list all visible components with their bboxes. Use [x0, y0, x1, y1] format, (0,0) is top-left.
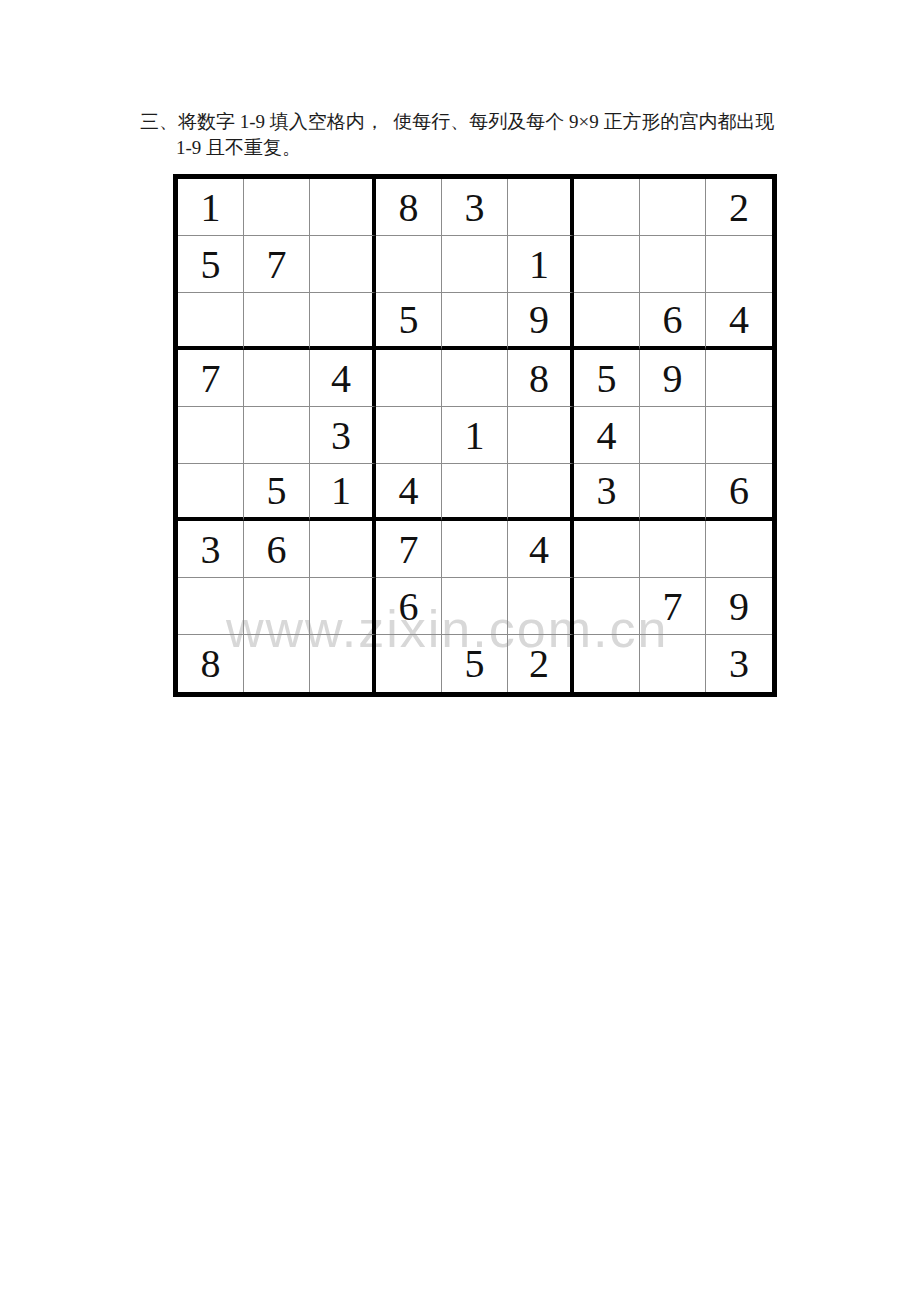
cell-r3c8: 6: [640, 293, 706, 350]
cell-r8c4: 6: [376, 578, 442, 635]
cell-r9c8: [640, 635, 706, 692]
cell-r8c5: [442, 578, 508, 635]
cell-r1c7: [574, 179, 640, 236]
cell-r7c3: [310, 521, 376, 578]
cell-r2c8: [640, 236, 706, 293]
cell-r5c8: [640, 407, 706, 464]
cell-r5c3: 3: [310, 407, 376, 464]
cell-r9c3: [310, 635, 376, 692]
cell-r4c6: 8: [508, 350, 574, 407]
cell-r5c2: [244, 407, 310, 464]
cell-r2c2: 7: [244, 236, 310, 293]
cell-r3c5: [442, 293, 508, 350]
cell-r2c5: [442, 236, 508, 293]
cell-r4c5: [442, 350, 508, 407]
cell-r9c1: 8: [178, 635, 244, 692]
cell-r7c2: 6: [244, 521, 310, 578]
cell-r8c9: 9: [706, 578, 772, 635]
cell-r1c1: 1: [178, 179, 244, 236]
cell-r6c8: [640, 464, 706, 521]
cell-r5c7: 4: [574, 407, 640, 464]
cell-r3c9: 4: [706, 293, 772, 350]
cell-r8c2: [244, 578, 310, 635]
cell-r4c1: 7: [178, 350, 244, 407]
exercise-instruction-line1: 三、将数字 1-9 填入空格内， 使每行、每列及每个 9×9 正方形的宫内都出现: [140, 110, 775, 133]
cell-r9c7: [574, 635, 640, 692]
cell-r4c4: [376, 350, 442, 407]
cell-r3c6: 9: [508, 293, 574, 350]
cell-r4c7: 5: [574, 350, 640, 407]
cell-r2c4: [376, 236, 442, 293]
exercise-instruction-line2: 1-9 且不重复。: [176, 136, 301, 159]
cell-r6c1: [178, 464, 244, 521]
cell-r6c3: 1: [310, 464, 376, 521]
cell-r4c2: [244, 350, 310, 407]
cell-r9c2: [244, 635, 310, 692]
cell-r2c1: 5: [178, 236, 244, 293]
cell-r4c8: 9: [640, 350, 706, 407]
cell-r3c7: [574, 293, 640, 350]
cell-r6c4: 4: [376, 464, 442, 521]
sudoku-board: 18325715964748593145143636746798523: [173, 174, 777, 697]
cell-r6c5: [442, 464, 508, 521]
worksheet-page: 三、将数字 1-9 填入空格内， 使每行、每列及每个 9×9 正方形的宫内都出现…: [0, 0, 920, 1302]
cell-r7c8: [640, 521, 706, 578]
cell-r3c1: [178, 293, 244, 350]
cell-r8c3: [310, 578, 376, 635]
cell-r1c6: [508, 179, 574, 236]
cell-r5c5: 1: [442, 407, 508, 464]
cell-r5c4: [376, 407, 442, 464]
cell-r3c3: [310, 293, 376, 350]
cell-r9c5: 5: [442, 635, 508, 692]
cell-r4c9: [706, 350, 772, 407]
cell-r7c9: [706, 521, 772, 578]
cell-r8c6: [508, 578, 574, 635]
cell-r5c1: [178, 407, 244, 464]
cell-r1c3: [310, 179, 376, 236]
cell-r7c6: 4: [508, 521, 574, 578]
cell-r3c4: 5: [376, 293, 442, 350]
cell-r8c8: 7: [640, 578, 706, 635]
cell-r1c9: 2: [706, 179, 772, 236]
cell-r8c1: [178, 578, 244, 635]
cell-r6c6: [508, 464, 574, 521]
cell-r5c9: [706, 407, 772, 464]
cell-r3c2: [244, 293, 310, 350]
cell-r1c8: [640, 179, 706, 236]
cell-r4c3: 4: [310, 350, 376, 407]
cell-r7c5: [442, 521, 508, 578]
cell-r7c7: [574, 521, 640, 578]
cell-r2c3: [310, 236, 376, 293]
cell-r8c7: [574, 578, 640, 635]
cell-r7c1: 3: [178, 521, 244, 578]
cell-r9c4: [376, 635, 442, 692]
cell-r5c6: [508, 407, 574, 464]
cell-r6c9: 6: [706, 464, 772, 521]
cell-r6c2: 5: [244, 464, 310, 521]
cell-r7c4: 7: [376, 521, 442, 578]
cell-r1c4: 8: [376, 179, 442, 236]
cell-r2c7: [574, 236, 640, 293]
cell-r9c9: 3: [706, 635, 772, 692]
cell-r9c6: 2: [508, 635, 574, 692]
cell-r1c2: [244, 179, 310, 236]
cell-r2c6: 1: [508, 236, 574, 293]
cell-r6c7: 3: [574, 464, 640, 521]
cell-r1c5: 3: [442, 179, 508, 236]
cell-r2c9: [706, 236, 772, 293]
